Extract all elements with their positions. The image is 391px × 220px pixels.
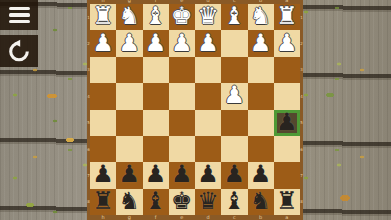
white-pawn: ♟ xyxy=(276,31,298,55)
black-pawn: ♟ xyxy=(197,162,219,186)
square-b3[interactable] xyxy=(248,57,274,83)
white-king: ♚ xyxy=(171,4,193,28)
square-g7[interactable]: ♟ xyxy=(116,162,142,188)
white-knight: ♞ xyxy=(119,4,141,28)
square-f5[interactable] xyxy=(143,110,169,136)
square-a2[interactable]: ♟ xyxy=(274,30,300,56)
square-h1[interactable]: ♜ xyxy=(90,4,116,30)
file-label: a xyxy=(274,0,300,2)
square-h7[interactable]: ♟ xyxy=(90,162,116,188)
square-d2[interactable]: ♟ xyxy=(195,30,221,56)
black-bishop: ♝ xyxy=(145,189,167,213)
square-b4[interactable] xyxy=(248,83,274,109)
square-a6[interactable] xyxy=(274,136,300,162)
square-c7[interactable]: ♟ xyxy=(221,162,247,188)
square-e6[interactable] xyxy=(169,136,195,162)
black-queen: ♛ xyxy=(197,189,219,213)
rank-label: 4 xyxy=(300,83,303,109)
rank-label: 6 xyxy=(300,136,303,162)
white-bishop: ♝ xyxy=(224,4,246,28)
white-pawn: ♟ xyxy=(145,31,167,55)
square-e2[interactable]: ♟ xyxy=(169,30,195,56)
black-rook: ♜ xyxy=(276,189,298,213)
rank-label: 7 xyxy=(300,162,303,188)
file-labels-bottom: hgfedcba xyxy=(90,215,300,220)
white-pawn: ♟ xyxy=(119,31,141,55)
square-g1[interactable]: ♞ xyxy=(116,4,142,30)
file-label: g xyxy=(116,215,142,220)
square-d5[interactable] xyxy=(195,110,221,136)
file-label: c xyxy=(221,215,247,220)
file-label: d xyxy=(195,215,221,220)
square-g3[interactable] xyxy=(116,57,142,83)
square-b2[interactable]: ♟ xyxy=(248,30,274,56)
square-g8[interactable]: ♞ xyxy=(116,189,142,215)
file-label: e xyxy=(169,0,195,2)
square-f4[interactable] xyxy=(143,83,169,109)
square-e3[interactable] xyxy=(169,57,195,83)
white-knight: ♞ xyxy=(250,4,272,28)
white-pawn: ♟ xyxy=(224,83,246,107)
square-h4[interactable] xyxy=(90,83,116,109)
square-g5[interactable] xyxy=(116,110,142,136)
file-label: f xyxy=(143,215,169,220)
white-pawn: ♟ xyxy=(171,31,193,55)
square-h3[interactable] xyxy=(90,57,116,83)
square-h5[interactable] xyxy=(90,110,116,136)
square-c2[interactable] xyxy=(221,30,247,56)
square-d7[interactable]: ♟ xyxy=(195,162,221,188)
white-bishop: ♝ xyxy=(145,4,167,28)
black-pawn: ♟ xyxy=(224,162,246,186)
rank-label: 8 xyxy=(300,189,303,215)
square-c6[interactable] xyxy=(221,136,247,162)
square-h8[interactable]: ♜ xyxy=(90,189,116,215)
file-label: c xyxy=(221,0,247,2)
square-g6[interactable] xyxy=(116,136,142,162)
square-b8[interactable]: ♞ xyxy=(248,189,274,215)
square-a1[interactable]: ♜ xyxy=(274,4,300,30)
white-rook: ♜ xyxy=(276,4,298,28)
square-f8[interactable]: ♝ xyxy=(143,189,169,215)
black-pawn: ♟ xyxy=(276,110,298,134)
square-b5[interactable] xyxy=(248,110,274,136)
square-d3[interactable] xyxy=(195,57,221,83)
square-c4[interactable]: ♟ xyxy=(221,83,247,109)
rank-labels-right: 12345678 xyxy=(300,4,303,215)
square-b1[interactable]: ♞ xyxy=(248,4,274,30)
white-rook: ♜ xyxy=(92,4,114,28)
white-pawn: ♟ xyxy=(197,31,219,55)
file-label: h xyxy=(90,0,116,2)
file-label: b xyxy=(248,215,274,220)
square-f6[interactable] xyxy=(143,136,169,162)
square-f1[interactable]: ♝ xyxy=(143,4,169,30)
square-f7[interactable]: ♟ xyxy=(143,162,169,188)
square-e4[interactable] xyxy=(169,83,195,109)
file-label: d xyxy=(195,0,221,2)
square-c1[interactable]: ♝ xyxy=(221,4,247,30)
square-a8[interactable]: ♜ xyxy=(274,189,300,215)
black-knight: ♞ xyxy=(119,189,141,213)
file-label: g xyxy=(116,0,142,2)
white-queen: ♛ xyxy=(197,4,219,28)
black-pawn: ♟ xyxy=(145,162,167,186)
square-a7[interactable] xyxy=(274,162,300,188)
black-pawn: ♟ xyxy=(119,162,141,186)
square-e1[interactable]: ♚ xyxy=(169,4,195,30)
rank-label: 2 xyxy=(300,30,303,56)
square-g2[interactable]: ♟ xyxy=(116,30,142,56)
square-d1[interactable]: ♛ xyxy=(195,4,221,30)
square-h2[interactable]: ♟ xyxy=(90,30,116,56)
chess-board: hgfedcba 12345678 12345678 ♜♞♝♚♛♝♞♜♟♟♟♟♟… xyxy=(87,0,303,220)
rotate-icon xyxy=(7,39,31,64)
file-label: a xyxy=(274,215,300,220)
square-d8[interactable]: ♛ xyxy=(195,189,221,215)
square-h6[interactable] xyxy=(90,136,116,162)
square-e7[interactable]: ♟ xyxy=(169,162,195,188)
rotate-board-button[interactable] xyxy=(0,35,38,67)
square-b7[interactable]: ♟ xyxy=(248,162,274,188)
square-a3[interactable] xyxy=(274,57,300,83)
square-c3[interactable] xyxy=(221,57,247,83)
file-label: e xyxy=(169,215,195,220)
black-rook: ♜ xyxy=(92,189,114,213)
black-pawn: ♟ xyxy=(171,162,193,186)
square-a4[interactable] xyxy=(274,83,300,109)
rank-label: 1 xyxy=(300,4,303,30)
square-b6[interactable] xyxy=(248,136,274,162)
square-c8[interactable]: ♝ xyxy=(221,189,247,215)
black-pawn: ♟ xyxy=(92,162,114,186)
file-label: h xyxy=(90,215,116,220)
square-c5[interactable] xyxy=(221,110,247,136)
file-label: b xyxy=(248,0,274,2)
hamburger-menu-icon xyxy=(9,7,30,23)
black-bishop: ♝ xyxy=(224,189,246,213)
black-pawn: ♟ xyxy=(250,162,272,186)
white-pawn: ♟ xyxy=(250,31,272,55)
black-knight: ♞ xyxy=(250,189,272,213)
board-grid: ♜♞♝♚♛♝♞♜♟♟♟♟♟♟♟♟♟♟♟♟♟♟♟♟♜♞♝♚♛♝♞♜ xyxy=(90,4,300,215)
square-d4[interactable] xyxy=(195,83,221,109)
square-a5[interactable]: ♟ xyxy=(274,110,300,136)
square-e8[interactable]: ♚ xyxy=(169,189,195,215)
square-e5[interactable] xyxy=(169,110,195,136)
rank-label: 3 xyxy=(300,57,303,83)
square-f2[interactable]: ♟ xyxy=(143,30,169,56)
square-g4[interactable] xyxy=(116,83,142,109)
chess-app-screen: hgfedcba 12345678 12345678 ♜♞♝♚♛♝♞♜♟♟♟♟♟… xyxy=(0,0,391,220)
white-pawn: ♟ xyxy=(92,31,114,55)
menu-button[interactable] xyxy=(0,0,38,30)
file-label: f xyxy=(143,0,169,2)
rank-label: 5 xyxy=(300,110,303,136)
square-f3[interactable] xyxy=(143,57,169,83)
square-d6[interactable] xyxy=(195,136,221,162)
black-king: ♚ xyxy=(171,189,193,213)
